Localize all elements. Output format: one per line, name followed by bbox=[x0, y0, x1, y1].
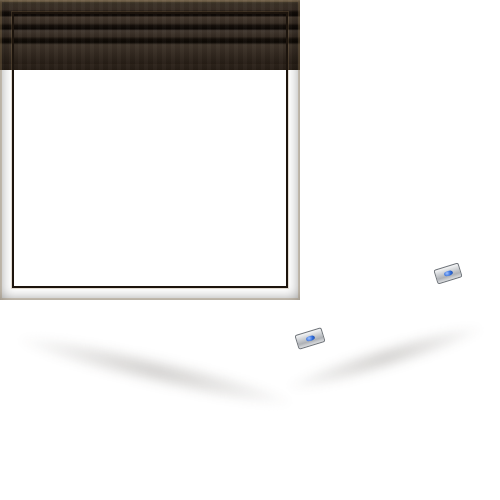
clasp-logo-icon bbox=[443, 270, 453, 277]
ground-shadow bbox=[281, 315, 489, 401]
board-grid bbox=[14, 14, 286, 286]
chess-set-product-photo bbox=[0, 0, 500, 500]
clasp-logo-icon bbox=[305, 335, 315, 342]
ground-shadow bbox=[10, 324, 299, 418]
chess-board bbox=[0, 0, 300, 300]
metal-clasp-right bbox=[433, 263, 462, 285]
metal-clasp-front bbox=[294, 327, 325, 350]
